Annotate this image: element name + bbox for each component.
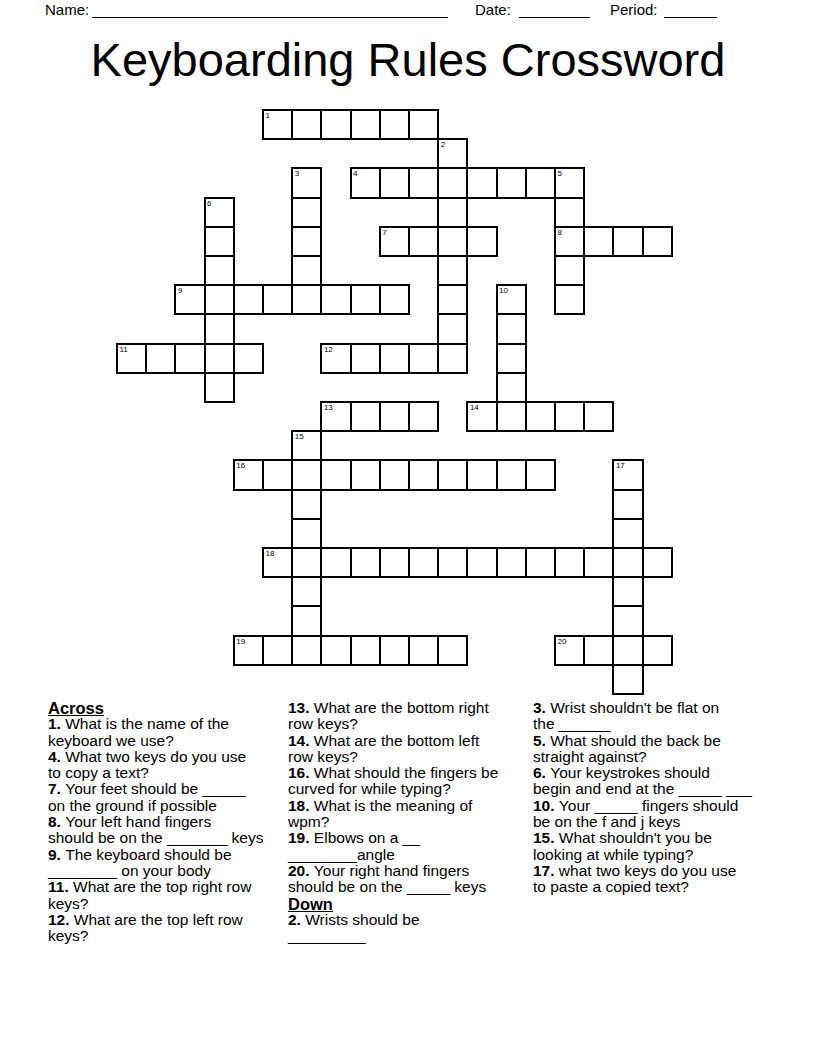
- clue-across-14: 14. What are the bottom left row keys?: [288, 733, 534, 766]
- cell-r12-c5[interactable]: [262, 459, 293, 490]
- cell-r15-c8[interactable]: [350, 547, 381, 578]
- clue-text: What should the fingers be curved for wh…: [288, 764, 498, 797]
- clue-across-20: 20. Your right hand fingers should be on…: [288, 863, 534, 896]
- grid-number-20: 20: [558, 637, 567, 647]
- grid-number-7: 7: [382, 228, 386, 238]
- cell-r4-c11[interactable]: [437, 226, 468, 257]
- clue-number-label: 14.: [288, 732, 314, 749]
- cell-r12-c7[interactable]: [320, 459, 351, 490]
- cell-r0-c7[interactable]: [320, 109, 351, 140]
- cell-r18-c16[interactable]: [583, 635, 614, 666]
- clue-text: What shouldn't you be looking at while t…: [533, 829, 712, 862]
- cell-r18-c4[interactable]: 19: [233, 635, 264, 666]
- clue-number-label: 17.: [533, 862, 559, 879]
- cell-r12-c10[interactable]: [408, 459, 439, 490]
- cell-r17-c6[interactable]: [291, 605, 322, 636]
- page-title: Keyboarding Rules Crossword: [0, 33, 816, 87]
- cell-r18-c10[interactable]: [408, 635, 439, 666]
- cell-r18-c7[interactable]: [320, 635, 351, 666]
- cell-r4-c18[interactable]: [642, 226, 673, 257]
- cell-r6-c5[interactable]: [262, 284, 293, 315]
- clue-number-label: 9.: [48, 846, 65, 863]
- cell-r18-c15[interactable]: 20: [554, 635, 585, 666]
- cell-r0-c10[interactable]: [408, 109, 439, 140]
- clue-across-9: 9. The keyboard should be ________ on yo…: [48, 847, 288, 880]
- cell-r6-c6[interactable]: [291, 284, 322, 315]
- grid-number-3: 3: [295, 169, 299, 179]
- cell-r6-c3[interactable]: [204, 284, 235, 315]
- clue-across-13: 13. What are the bottom right row keys?: [288, 700, 534, 733]
- clues-column-1: Across1. What is the name of the keyboar…: [48, 700, 288, 944]
- cell-r4-c3[interactable]: [204, 226, 235, 257]
- clue-text: What are the bottom right row keys?: [288, 699, 489, 732]
- grid-number-12: 12: [324, 345, 333, 355]
- cell-r11-c6[interactable]: 15: [291, 430, 322, 461]
- clue-number-label: 16.: [288, 764, 314, 781]
- grid-number-13: 13: [324, 403, 333, 413]
- cell-r4-c17[interactable]: [612, 226, 643, 257]
- cell-r18-c5[interactable]: [262, 635, 293, 666]
- clue-across-8: 8. Your left hand fingers should be on t…: [48, 814, 288, 847]
- cell-r1-c11[interactable]: 2: [437, 138, 468, 169]
- cell-r18-c17[interactable]: [612, 635, 643, 666]
- clue-down-5: 5. What should the back be straight agai…: [533, 733, 789, 766]
- cell-r10-c9[interactable]: [379, 401, 410, 432]
- cell-r10-c10[interactable]: [408, 401, 439, 432]
- clue-number-label: 18.: [288, 797, 314, 814]
- clue-text: What are the bottom left row keys?: [288, 732, 479, 765]
- name-blank-line[interactable]: [92, 1, 448, 18]
- date-label: Date:: [475, 1, 511, 19]
- cell-r5-c11[interactable]: [437, 255, 468, 286]
- date-blank-line[interactable]: [519, 1, 590, 18]
- cell-r6-c9[interactable]: [379, 284, 410, 315]
- clue-number-label: 5.: [533, 732, 550, 749]
- cell-r3-c3[interactable]: 6: [204, 197, 235, 228]
- cell-r3-c6[interactable]: [291, 197, 322, 228]
- clue-number-label: 19.: [288, 829, 314, 846]
- cell-r0-c9[interactable]: [379, 109, 410, 140]
- cell-r8-c7[interactable]: 12: [320, 343, 351, 374]
- cell-r15-c7[interactable]: [320, 547, 351, 578]
- cell-r6-c11[interactable]: [437, 284, 468, 315]
- period-label: Period:: [610, 1, 658, 19]
- cell-r13-c6[interactable]: [291, 489, 322, 520]
- cell-r0-c5[interactable]: 1: [262, 109, 293, 140]
- clue-across-18: 18. What is the meaning of wpm?: [288, 798, 534, 831]
- cell-r12-c12[interactable]: [466, 459, 497, 490]
- clue-text: Wrists should be _________: [288, 911, 420, 944]
- grid-number-4: 4: [353, 169, 357, 179]
- cell-r12-c8[interactable]: [350, 459, 381, 490]
- clue-down-6: 6. Your keystrokes should begin and end …: [533, 765, 789, 798]
- cell-r14-c17[interactable]: [612, 518, 643, 549]
- cell-r8-c4[interactable]: [233, 343, 264, 374]
- clue-text: What are the top left row keys?: [48, 911, 243, 944]
- cell-r2-c15[interactable]: 5: [554, 167, 585, 198]
- cell-r12-c6[interactable]: [291, 459, 322, 490]
- cell-r18-c6[interactable]: [291, 635, 322, 666]
- worksheet-page: Name: Date: Period: Keyboarding Rules Cr…: [0, 0, 816, 1056]
- clue-number-label: 13.: [288, 699, 314, 716]
- cell-r13-c17[interactable]: [612, 489, 643, 520]
- cell-r12-c13[interactable]: [496, 459, 527, 490]
- clue-number-label: 12.: [48, 911, 74, 928]
- clue-number-label: 10.: [533, 797, 559, 814]
- cell-r15-c14[interactable]: [525, 547, 556, 578]
- cell-r10-c7[interactable]: 13: [320, 401, 351, 432]
- grid-number-6: 6: [207, 199, 211, 209]
- cell-r6-c13[interactable]: 10: [496, 284, 527, 315]
- clue-text: What is the meaning of wpm?: [288, 797, 472, 830]
- clue-text: What should the back be straight against…: [533, 732, 721, 765]
- clue-text: Your _____ fingers should be on the f an…: [533, 797, 738, 830]
- clues-header-across: Across: [48, 700, 288, 716]
- cell-r15-c10[interactable]: [408, 547, 439, 578]
- clues-column-2: 13. What are the bottom right row keys?1…: [288, 700, 534, 944]
- cell-r4-c9[interactable]: 7: [379, 226, 410, 257]
- clue-number-label: 15.: [533, 829, 559, 846]
- cell-r10-c15[interactable]: [554, 401, 585, 432]
- clue-text: Your left hand fingers should be on the …: [48, 813, 263, 846]
- cell-r10-c13[interactable]: [496, 401, 527, 432]
- clue-down-10: 10. Your _____ fingers should be on the …: [533, 798, 789, 831]
- cell-r12-c4[interactable]: 16: [233, 459, 264, 490]
- clue-number-label: 11.: [48, 878, 73, 895]
- clue-text: What two keys do you use to copy a text?: [48, 748, 246, 781]
- grid-number-1: 1: [266, 111, 270, 121]
- cell-r2-c13[interactable]: [496, 167, 527, 198]
- cell-r5-c15[interactable]: [554, 255, 585, 286]
- clue-text: Wrist shouldn't be flat on the ______: [533, 699, 719, 732]
- cell-r6-c2[interactable]: 9: [174, 284, 205, 315]
- cell-r12-c14[interactable]: [525, 459, 556, 490]
- cell-r15-c6[interactable]: [291, 547, 322, 578]
- cell-r8-c0[interactable]: 11: [116, 343, 147, 374]
- clue-number-label: 8.: [48, 813, 65, 830]
- cell-r15-c12[interactable]: [466, 547, 497, 578]
- grid-number-2: 2: [441, 140, 445, 150]
- clues-column-3: 3. Wrist shouldn't be flat on the ______…: [533, 700, 789, 896]
- cell-r9-c13[interactable]: [496, 372, 527, 403]
- cell-r7-c11[interactable]: [437, 313, 468, 344]
- cell-r2-c9[interactable]: [379, 167, 410, 198]
- cell-r15-c18[interactable]: [642, 547, 673, 578]
- cell-r6-c15[interactable]: [554, 284, 585, 315]
- cell-r4-c16[interactable]: [583, 226, 614, 257]
- cell-r2-c10[interactable]: [408, 167, 439, 198]
- grid-number-10: 10: [499, 286, 508, 296]
- cell-r5-c6[interactable]: [291, 255, 322, 286]
- cell-r2-c12[interactable]: [466, 167, 497, 198]
- clue-down-2: 2. Wrists should be _________: [288, 912, 534, 945]
- cell-r18-c8[interactable]: [350, 635, 381, 666]
- clue-text: what two keys do you use to paste a copi…: [533, 862, 736, 895]
- cell-r2-c11[interactable]: [437, 167, 468, 198]
- clue-down-3: 3. Wrist shouldn't be flat on the ______: [533, 700, 789, 733]
- cell-r2-c6[interactable]: 3: [291, 167, 322, 198]
- clues-header-down: Down: [288, 896, 534, 912]
- cell-r17-c17[interactable]: [612, 605, 643, 636]
- clue-number-label: 6.: [533, 764, 550, 781]
- cell-r10-c14[interactable]: [525, 401, 556, 432]
- clue-across-11: 11. What are the top right row keys?: [48, 879, 288, 912]
- clue-text: What is the name of the keyboard we use?: [48, 715, 229, 748]
- cell-r7-c3[interactable]: [204, 313, 235, 344]
- clue-number-label: 7.: [48, 780, 65, 797]
- grid-number-5: 5: [558, 169, 562, 179]
- grid-number-16: 16: [236, 461, 245, 471]
- grid-number-19: 19: [236, 637, 245, 647]
- cell-r3-c11[interactable]: [437, 197, 468, 228]
- cell-r0-c6[interactable]: [291, 109, 322, 140]
- cell-r15-c13[interactable]: [496, 547, 527, 578]
- clue-across-16: 16. What should the fingers be curved fo…: [288, 765, 534, 798]
- cell-r18-c18[interactable]: [642, 635, 673, 666]
- cell-r10-c16[interactable]: [583, 401, 614, 432]
- clue-across-4: 4. What two keys do you use to copy a te…: [48, 749, 288, 782]
- cell-r15-c16[interactable]: [583, 547, 614, 578]
- grid-number-8: 8: [558, 228, 562, 238]
- cell-r12-c11[interactable]: [437, 459, 468, 490]
- cell-r18-c11[interactable]: [437, 635, 468, 666]
- cell-r15-c11[interactable]: [437, 547, 468, 578]
- cell-r6-c4[interactable]: [233, 284, 264, 315]
- cell-r7-c13[interactable]: [496, 313, 527, 344]
- clue-number-label: 4.: [48, 748, 65, 765]
- clue-text: Your feet should be _____ on the ground …: [48, 780, 246, 813]
- cell-r8-c3[interactable]: [204, 343, 235, 374]
- cell-r8-c9[interactable]: [379, 343, 410, 374]
- worksheet-header: Name: Date: Period:: [0, 0, 816, 26]
- cell-r2-c8[interactable]: 4: [350, 167, 381, 198]
- crossword-grid: 1234567891011121314151617181920: [116, 109, 674, 696]
- clue-across-12: 12. What are the top left row keys?: [48, 912, 288, 945]
- cell-r8-c2[interactable]: [174, 343, 205, 374]
- cell-r5-c3[interactable]: [204, 255, 235, 286]
- cell-r3-c15[interactable]: [554, 197, 585, 228]
- clue-number-label: 2.: [288, 911, 305, 928]
- cell-r4-c6[interactable]: [291, 226, 322, 257]
- clue-text: Your keystrokes should begin and end at …: [533, 764, 752, 797]
- cell-r10-c12[interactable]: 14: [466, 401, 497, 432]
- cell-r8-c10[interactable]: [408, 343, 439, 374]
- clue-text: Your right hand fingers should be on the…: [288, 862, 486, 895]
- cell-r6-c8[interactable]: [350, 284, 381, 315]
- cell-r19-c17[interactable]: [612, 664, 643, 695]
- cell-r15-c17[interactable]: [612, 547, 643, 578]
- cell-r15-c15[interactable]: [554, 547, 585, 578]
- cell-r4-c12[interactable]: [466, 226, 497, 257]
- cell-r15-c9[interactable]: [379, 547, 410, 578]
- clue-across-1: 1. What is the name of the keyboard we u…: [48, 716, 288, 749]
- grid-number-18: 18: [266, 549, 275, 559]
- clue-across-19: 19. Elbows on a __ ________angle: [288, 830, 534, 863]
- cell-r2-c14[interactable]: [525, 167, 556, 198]
- clue-number-label: 20.: [288, 862, 314, 879]
- cell-r10-c8[interactable]: [350, 401, 381, 432]
- cell-r8-c11[interactable]: [437, 343, 468, 374]
- cell-r8-c8[interactable]: [350, 343, 381, 374]
- clue-text: The keyboard should be ________ on your …: [48, 846, 232, 879]
- cell-r4-c15[interactable]: 8: [554, 226, 585, 257]
- cell-r12-c9[interactable]: [379, 459, 410, 490]
- grid-number-14: 14: [470, 403, 479, 413]
- cell-r12-c17[interactable]: 17: [612, 459, 643, 490]
- cell-r8-c13[interactable]: [496, 343, 527, 374]
- cell-r9-c3[interactable]: [204, 372, 235, 403]
- cell-r18-c9[interactable]: [379, 635, 410, 666]
- clue-across-7: 7. Your feet should be _____ on the grou…: [48, 781, 288, 814]
- cell-r16-c17[interactable]: [612, 576, 643, 607]
- cell-r16-c6[interactable]: [291, 576, 322, 607]
- clue-down-15: 15. What shouldn't you be looking at whi…: [533, 830, 789, 863]
- name-label: Name:: [45, 1, 89, 19]
- cell-r8-c1[interactable]: [145, 343, 176, 374]
- grid-number-11: 11: [120, 345, 128, 355]
- grid-number-9: 9: [178, 286, 182, 296]
- clue-number-label: 3.: [533, 699, 550, 716]
- clue-text: What are the top right row keys?: [48, 878, 251, 911]
- cell-r15-c5[interactable]: 18: [262, 547, 293, 578]
- clue-number-label: 1.: [48, 715, 65, 732]
- cell-r14-c6[interactable]: [291, 518, 322, 549]
- period-blank-line[interactable]: [664, 1, 717, 18]
- grid-number-17: 17: [616, 461, 625, 471]
- grid-number-15: 15: [295, 432, 304, 442]
- cell-r4-c10[interactable]: [408, 226, 439, 257]
- cell-r6-c7[interactable]: [320, 284, 351, 315]
- clue-down-17: 17. what two keys do you use to paste a …: [533, 863, 789, 896]
- cell-r0-c8[interactable]: [350, 109, 381, 140]
